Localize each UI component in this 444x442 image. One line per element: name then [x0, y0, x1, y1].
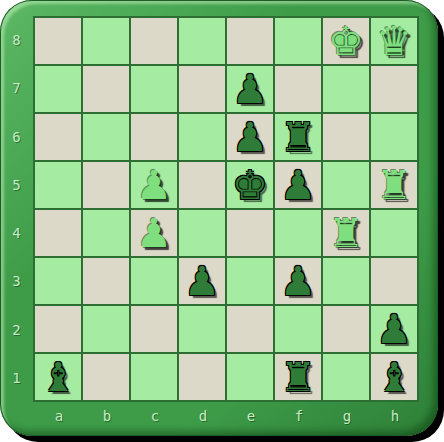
file-label-b: b — [83, 402, 131, 430]
square-a5[interactable] — [35, 162, 81, 208]
chess-app-window: 87654321 ♚♛♟♟♜♟♚♟♜♟♜♟♟♟♝♜♝ abcdefgh — [0, 0, 444, 442]
square-f4[interactable] — [275, 210, 321, 256]
square-d7[interactable] — [179, 66, 225, 112]
piece-dark-pawn[interactable]: ♟ — [280, 162, 316, 208]
file-label-h: h — [371, 402, 419, 430]
rank-label-2: 2 — [0, 306, 33, 354]
square-b2[interactable] — [83, 306, 129, 352]
square-b3[interactable] — [83, 258, 129, 304]
square-e8[interactable] — [227, 18, 273, 64]
square-e7[interactable]: ♟ — [227, 66, 273, 112]
square-h4[interactable] — [371, 210, 417, 256]
square-e5[interactable]: ♚ — [227, 162, 273, 208]
square-b8[interactable] — [83, 18, 129, 64]
square-h3[interactable] — [371, 258, 417, 304]
square-d1[interactable] — [179, 354, 225, 400]
square-d3[interactable]: ♟ — [179, 258, 225, 304]
piece-light-queen[interactable]: ♛ — [376, 18, 412, 64]
file-label-d: d — [179, 402, 227, 430]
square-a2[interactable] — [35, 306, 81, 352]
rank-labels: 87654321 — [0, 16, 33, 402]
square-a3[interactable] — [35, 258, 81, 304]
square-h5[interactable]: ♜ — [371, 162, 417, 208]
square-g1[interactable] — [323, 354, 369, 400]
square-b6[interactable] — [83, 114, 129, 160]
chess-board[interactable]: ♚♛♟♟♜♟♚♟♜♟♜♟♟♟♝♜♝ — [33, 16, 419, 402]
file-label-e: e — [227, 402, 275, 430]
square-f7[interactable] — [275, 66, 321, 112]
piece-light-pawn[interactable]: ♟ — [136, 162, 172, 208]
square-b7[interactable] — [83, 66, 129, 112]
square-b1[interactable] — [83, 354, 129, 400]
square-d5[interactable] — [179, 162, 225, 208]
square-d2[interactable] — [179, 306, 225, 352]
piece-dark-rook[interactable]: ♜ — [280, 354, 316, 400]
square-d8[interactable] — [179, 18, 225, 64]
square-g6[interactable] — [323, 114, 369, 160]
square-c3[interactable] — [131, 258, 177, 304]
square-a6[interactable] — [35, 114, 81, 160]
piece-dark-rook[interactable]: ♜ — [280, 114, 316, 160]
piece-light-king[interactable]: ♚ — [328, 18, 364, 64]
square-c8[interactable] — [131, 18, 177, 64]
square-f5[interactable]: ♟ — [275, 162, 321, 208]
square-a8[interactable] — [35, 18, 81, 64]
square-a4[interactable] — [35, 210, 81, 256]
piece-light-pawn[interactable]: ♟ — [136, 210, 172, 256]
square-d4[interactable] — [179, 210, 225, 256]
square-e3[interactable] — [227, 258, 273, 304]
square-b5[interactable] — [83, 162, 129, 208]
square-e6[interactable]: ♟ — [227, 114, 273, 160]
piece-dark-king[interactable]: ♚ — [232, 162, 268, 208]
square-g4[interactable]: ♜ — [323, 210, 369, 256]
square-h2[interactable]: ♟ — [371, 306, 417, 352]
file-label-f: f — [275, 402, 323, 430]
square-h8[interactable]: ♛ — [371, 18, 417, 64]
file-labels: abcdefgh — [35, 402, 419, 430]
piece-dark-bishop[interactable]: ♝ — [40, 354, 76, 400]
square-e2[interactable] — [227, 306, 273, 352]
piece-dark-pawn[interactable]: ♟ — [376, 306, 412, 352]
board-frame: 87654321 ♚♛♟♟♜♟♚♟♜♟♜♟♟♟♝♜♝ abcdefgh — [0, 0, 438, 436]
rank-label-1: 1 — [0, 354, 33, 402]
piece-light-rook[interactable]: ♜ — [328, 210, 364, 256]
square-c1[interactable] — [131, 354, 177, 400]
square-e4[interactable] — [227, 210, 273, 256]
piece-dark-pawn[interactable]: ♟ — [184, 258, 220, 304]
square-b4[interactable] — [83, 210, 129, 256]
square-f1[interactable]: ♜ — [275, 354, 321, 400]
square-c4[interactable]: ♟ — [131, 210, 177, 256]
square-c5[interactable]: ♟ — [131, 162, 177, 208]
piece-dark-pawn[interactable]: ♟ — [280, 258, 316, 304]
square-h6[interactable] — [371, 114, 417, 160]
piece-dark-pawn[interactable]: ♟ — [232, 114, 268, 160]
square-a1[interactable]: ♝ — [35, 354, 81, 400]
square-h1[interactable]: ♝ — [371, 354, 417, 400]
rank-label-7: 7 — [0, 64, 33, 112]
square-c2[interactable] — [131, 306, 177, 352]
square-f3[interactable]: ♟ — [275, 258, 321, 304]
square-g3[interactable] — [323, 258, 369, 304]
rank-label-6: 6 — [0, 113, 33, 161]
square-f6[interactable]: ♜ — [275, 114, 321, 160]
square-g5[interactable] — [323, 162, 369, 208]
file-label-c: c — [131, 402, 179, 430]
file-label-a: a — [35, 402, 83, 430]
rank-label-4: 4 — [0, 209, 33, 257]
rank-label-3: 3 — [0, 257, 33, 305]
square-c7[interactable] — [131, 66, 177, 112]
piece-dark-bishop[interactable]: ♝ — [376, 354, 412, 400]
square-g8[interactable]: ♚ — [323, 18, 369, 64]
piece-light-rook[interactable]: ♜ — [376, 162, 412, 208]
rank-label-8: 8 — [0, 16, 33, 64]
square-g7[interactable] — [323, 66, 369, 112]
square-f8[interactable] — [275, 18, 321, 64]
square-c6[interactable] — [131, 114, 177, 160]
square-d6[interactable] — [179, 114, 225, 160]
square-a7[interactable] — [35, 66, 81, 112]
piece-dark-pawn[interactable]: ♟ — [232, 66, 268, 112]
square-g2[interactable] — [323, 306, 369, 352]
square-e1[interactable] — [227, 354, 273, 400]
rank-label-5: 5 — [0, 161, 33, 209]
square-h7[interactable] — [371, 66, 417, 112]
file-label-g: g — [323, 402, 371, 430]
square-f2[interactable] — [275, 306, 321, 352]
